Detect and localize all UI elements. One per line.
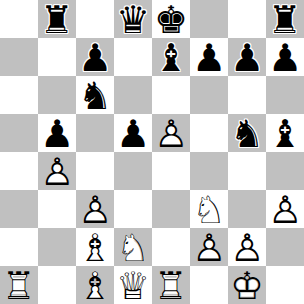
square-a5[interactable]	[0, 114, 38, 152]
piece-glyph: ♟	[190, 38, 228, 76]
square-c6[interactable]: ♞	[76, 76, 114, 114]
piece-black-pawn[interactable]: ♟	[114, 114, 152, 152]
square-h5[interactable]: ♝	[266, 114, 304, 152]
square-f3[interactable]: ♞♘	[190, 190, 228, 228]
piece-black-queen[interactable]: ♛	[114, 0, 152, 38]
square-g1[interactable]: ♚♔	[228, 266, 266, 304]
chess-board: ♜♛♚♜♟♝♟♟♟♞♟♟♟♙♞♝♟♙♟♙♞♘♟♙♝♗♞♘♟♙♟♙♜♖♝♗♛♕♜♖…	[0, 0, 304, 304]
square-c7[interactable]: ♟	[76, 38, 114, 76]
piece-white-pawn[interactable]: ♟♙	[228, 228, 266, 266]
piece-glyph: ♜	[38, 0, 76, 38]
piece-white-king[interactable]: ♚♔	[228, 266, 266, 304]
square-f6[interactable]	[190, 76, 228, 114]
square-h8[interactable]: ♜	[266, 0, 304, 38]
piece-outline-layer: ♖	[152, 266, 190, 304]
square-h3[interactable]: ♟♙	[266, 190, 304, 228]
piece-black-pawn[interactable]: ♟	[38, 114, 76, 152]
square-c5[interactable]	[76, 114, 114, 152]
piece-black-rook[interactable]: ♜	[266, 0, 304, 38]
piece-white-queen[interactable]: ♛♕	[114, 266, 152, 304]
piece-black-knight[interactable]: ♞	[76, 76, 114, 114]
square-b1[interactable]	[38, 266, 76, 304]
piece-outline-layer: ♙	[228, 228, 266, 266]
piece-glyph: ♞	[76, 76, 114, 114]
piece-black-knight[interactable]: ♞	[228, 114, 266, 152]
square-d6[interactable]	[114, 76, 152, 114]
square-c4[interactable]	[76, 152, 114, 190]
piece-glyph: ♟	[38, 114, 76, 152]
square-b7[interactable]	[38, 38, 76, 76]
piece-outline-layer: ♗	[76, 228, 114, 266]
piece-glyph: ♚	[152, 0, 190, 38]
piece-outline-layer: ♗	[76, 266, 114, 304]
square-f7[interactable]: ♟	[190, 38, 228, 76]
square-e8[interactable]: ♚	[152, 0, 190, 38]
square-c2[interactable]: ♝♗	[76, 228, 114, 266]
square-e7[interactable]: ♝	[152, 38, 190, 76]
square-d8[interactable]: ♛	[114, 0, 152, 38]
piece-black-bishop[interactable]: ♝	[266, 114, 304, 152]
square-e4[interactable]	[152, 152, 190, 190]
square-a1[interactable]: ♜♖	[0, 266, 38, 304]
piece-white-rook[interactable]: ♜♖	[152, 266, 190, 304]
square-h2[interactable]	[266, 228, 304, 266]
square-a8[interactable]	[0, 0, 38, 38]
piece-outline-layer: ♙	[38, 152, 76, 190]
piece-white-pawn[interactable]: ♟♙	[76, 190, 114, 228]
square-g8[interactable]	[228, 0, 266, 38]
piece-outline-layer: ♘	[190, 190, 228, 228]
square-h1[interactable]	[266, 266, 304, 304]
square-b6[interactable]	[38, 76, 76, 114]
square-h6[interactable]	[266, 76, 304, 114]
square-h4[interactable]	[266, 152, 304, 190]
piece-black-pawn[interactable]: ♟	[76, 38, 114, 76]
square-g6[interactable]	[228, 76, 266, 114]
square-a3[interactable]	[0, 190, 38, 228]
square-g4[interactable]	[228, 152, 266, 190]
piece-black-king[interactable]: ♚	[152, 0, 190, 38]
square-b4[interactable]: ♟♙	[38, 152, 76, 190]
square-b2[interactable]	[38, 228, 76, 266]
square-b8[interactable]: ♜	[38, 0, 76, 38]
piece-black-pawn[interactable]: ♟	[190, 38, 228, 76]
square-d5[interactable]: ♟	[114, 114, 152, 152]
piece-white-bishop[interactable]: ♝♗	[76, 266, 114, 304]
square-d2[interactable]: ♞♘	[114, 228, 152, 266]
square-e5[interactable]: ♟♙	[152, 114, 190, 152]
piece-white-pawn[interactable]: ♟♙	[266, 190, 304, 228]
piece-black-pawn[interactable]: ♟	[228, 38, 266, 76]
piece-glyph: ♟	[114, 114, 152, 152]
piece-glyph: ♝	[152, 38, 190, 76]
piece-outline-layer: ♙	[190, 228, 228, 266]
square-d1[interactable]: ♛♕	[114, 266, 152, 304]
piece-glyph: ♝	[266, 114, 304, 152]
piece-white-pawn[interactable]: ♟♙	[152, 114, 190, 152]
square-a2[interactable]	[0, 228, 38, 266]
square-c8[interactable]	[76, 0, 114, 38]
piece-outline-layer: ♔	[228, 266, 266, 304]
square-f4[interactable]	[190, 152, 228, 190]
square-g2[interactable]: ♟♙	[228, 228, 266, 266]
square-e6[interactable]	[152, 76, 190, 114]
square-b3[interactable]	[38, 190, 76, 228]
square-c1[interactable]: ♝♗	[76, 266, 114, 304]
piece-glyph: ♜	[266, 0, 304, 38]
piece-glyph: ♟	[76, 38, 114, 76]
square-g5[interactable]: ♞	[228, 114, 266, 152]
piece-outline-layer: ♙	[266, 190, 304, 228]
piece-outline-layer: ♖	[0, 266, 38, 304]
square-f5[interactable]	[190, 114, 228, 152]
piece-white-rook[interactable]: ♜♖	[0, 266, 38, 304]
square-f2[interactable]: ♟♙	[190, 228, 228, 266]
square-c3[interactable]: ♟♙	[76, 190, 114, 228]
square-d7[interactable]	[114, 38, 152, 76]
piece-black-pawn[interactable]: ♟	[266, 38, 304, 76]
square-d4[interactable]	[114, 152, 152, 190]
piece-glyph: ♛	[114, 0, 152, 38]
square-g3[interactable]	[228, 190, 266, 228]
square-f8[interactable]	[190, 0, 228, 38]
piece-white-pawn[interactable]: ♟♙	[190, 228, 228, 266]
square-g7[interactable]: ♟	[228, 38, 266, 76]
piece-black-bishop[interactable]: ♝	[152, 38, 190, 76]
square-b5[interactable]: ♟	[38, 114, 76, 152]
piece-outline-layer: ♙	[152, 114, 190, 152]
square-e2[interactable]	[152, 228, 190, 266]
piece-white-knight[interactable]: ♞♘	[114, 228, 152, 266]
square-d3[interactable]	[114, 190, 152, 228]
piece-outline-layer: ♘	[114, 228, 152, 266]
square-h7[interactable]: ♟	[266, 38, 304, 76]
square-a6[interactable]	[0, 76, 38, 114]
square-f1[interactable]	[190, 266, 228, 304]
piece-glyph: ♟	[266, 38, 304, 76]
piece-glyph: ♞	[228, 114, 266, 152]
piece-glyph: ♟	[228, 38, 266, 76]
square-e3[interactable]	[152, 190, 190, 228]
piece-black-rook[interactable]: ♜	[38, 0, 76, 38]
square-e1[interactable]: ♜♖	[152, 266, 190, 304]
piece-outline-layer: ♕	[114, 266, 152, 304]
piece-white-knight[interactable]: ♞♘	[190, 190, 228, 228]
piece-outline-layer: ♙	[76, 190, 114, 228]
square-a4[interactable]	[0, 152, 38, 190]
piece-white-pawn[interactable]: ♟♙	[38, 152, 76, 190]
square-a7[interactable]	[0, 38, 38, 76]
piece-white-bishop[interactable]: ♝♗	[76, 228, 114, 266]
